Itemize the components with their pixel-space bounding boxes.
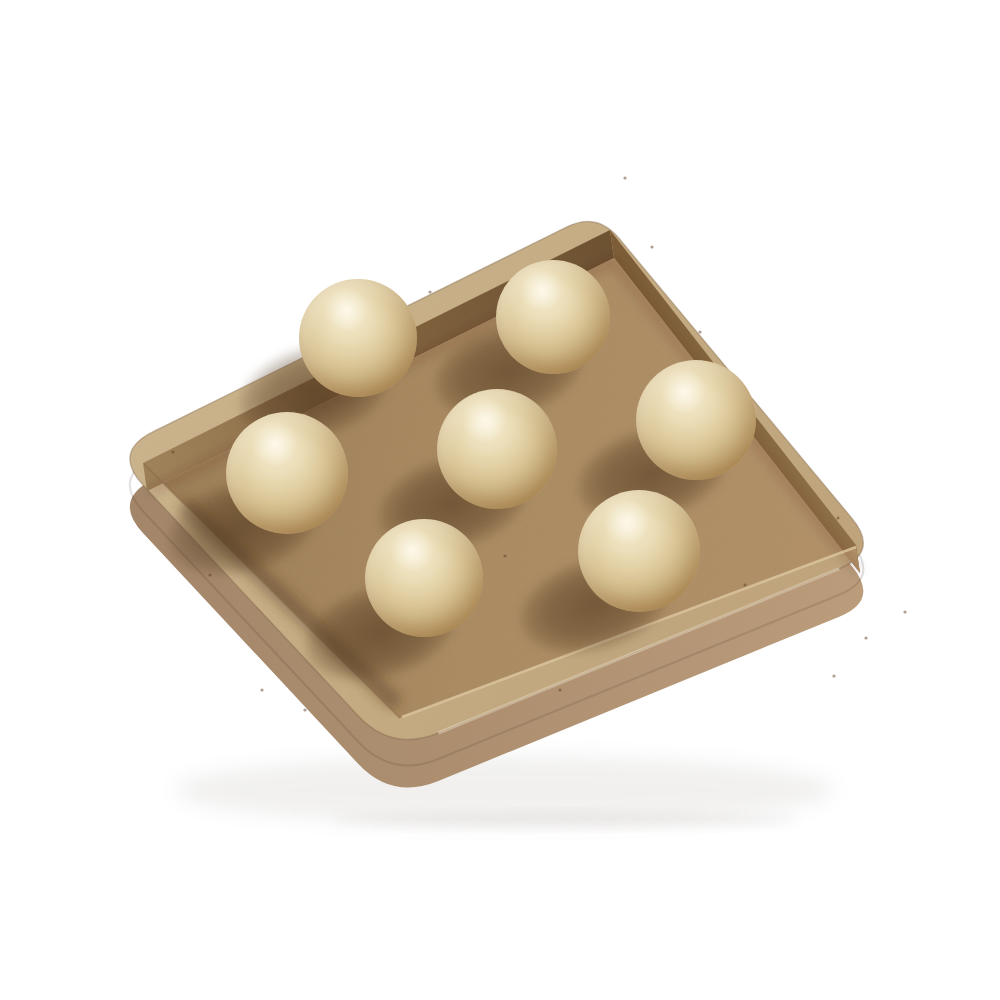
speck [903, 610, 906, 613]
speck [260, 688, 263, 691]
ball-r2c3[interactable] [636, 360, 756, 480]
ball-r3c3[interactable] [578, 490, 700, 612]
product-photo-scene [0, 0, 1000, 1000]
speck [623, 176, 626, 179]
speck [558, 688, 561, 691]
speck [743, 583, 746, 586]
speck [303, 708, 306, 711]
tray-cast-shadow-line [330, 813, 800, 827]
ball-r2c1[interactable] [226, 412, 348, 534]
ball-r1c2[interactable] [496, 260, 610, 374]
ball-r1c1[interactable] [299, 279, 417, 397]
speck [864, 636, 867, 639]
ball-r3c2[interactable] [365, 519, 483, 637]
speck [836, 516, 839, 519]
speck [171, 450, 174, 453]
ball-r2c2[interactable] [437, 389, 557, 509]
speck [832, 674, 835, 677]
